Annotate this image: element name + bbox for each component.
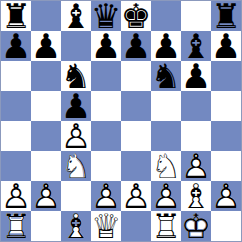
piece-white-pawn-icon[interactable]: ♟♙ — [31, 181, 61, 211]
piece-black-bishop-icon[interactable]: ♝ — [61, 1, 91, 31]
square-a1[interactable]: ♜♖ — [1, 211, 31, 241]
piece-outline-glyph: ♙ — [91, 181, 121, 211]
piece-fill-glyph: ♟ — [61, 91, 91, 121]
piece-fill-glyph: ♟ — [211, 31, 241, 61]
piece-outline-glyph: ♙ — [181, 151, 211, 181]
piece-white-pawn-icon[interactable]: ♟♙ — [211, 181, 241, 211]
piece-fill-glyph: ♝ — [61, 211, 91, 241]
square-b5[interactable] — [31, 91, 61, 121]
piece-black-pawn-icon[interactable]: ♟ — [61, 91, 91, 121]
piece-fill-glyph: ♟ — [1, 31, 31, 61]
piece-fill-glyph: ♟ — [61, 121, 91, 151]
square-d1[interactable]: ♛♕ — [91, 211, 121, 241]
square-h4[interactable] — [211, 121, 241, 151]
square-d8[interactable]: ♛ — [91, 1, 121, 31]
piece-fill-glyph: ♛ — [91, 1, 121, 31]
piece-fill-glyph: ♟ — [151, 31, 181, 61]
piece-white-rook-icon[interactable]: ♜♖ — [1, 211, 31, 241]
piece-white-pawn-icon[interactable]: ♟♙ — [91, 181, 121, 211]
square-b6[interactable] — [31, 61, 61, 91]
piece-outline-glyph: ♘ — [61, 151, 91, 181]
piece-outline-glyph: ♙ — [1, 181, 31, 211]
piece-fill-glyph: ♞ — [151, 151, 181, 181]
piece-outline-glyph: ♗ — [181, 181, 211, 211]
piece-outline-glyph: ♖ — [1, 211, 31, 241]
piece-fill-glyph: ♚ — [121, 1, 151, 31]
square-e7[interactable]: ♟ — [121, 31, 151, 61]
square-f4[interactable] — [151, 121, 181, 151]
piece-black-pawn-icon[interactable]: ♟ — [151, 31, 181, 61]
square-g1[interactable]: ♚♔ — [181, 211, 211, 241]
square-e4[interactable] — [121, 121, 151, 151]
square-g6[interactable]: ♟ — [181, 61, 211, 91]
square-e1[interactable] — [121, 211, 151, 241]
piece-white-knight-icon[interactable]: ♞♘ — [61, 151, 91, 181]
square-c3[interactable]: ♞♘ — [61, 151, 91, 181]
piece-fill-glyph: ♜ — [1, 1, 31, 31]
piece-fill-glyph: ♟ — [91, 181, 121, 211]
piece-fill-glyph: ♝ — [181, 31, 211, 61]
square-h1[interactable] — [211, 211, 241, 241]
square-c4[interactable]: ♟♙ — [61, 121, 91, 151]
square-d6[interactable] — [91, 61, 121, 91]
piece-outline-glyph: ♕ — [91, 211, 121, 241]
piece-outline-glyph: ♙ — [121, 181, 151, 211]
piece-fill-glyph: ♟ — [1, 181, 31, 211]
square-g8[interactable] — [181, 1, 211, 31]
square-a2[interactable]: ♟♙ — [1, 181, 31, 211]
piece-fill-glyph: ♟ — [121, 181, 151, 211]
square-a3[interactable] — [1, 151, 31, 181]
piece-white-pawn-icon[interactable]: ♟♙ — [151, 181, 181, 211]
piece-fill-glyph: ♝ — [61, 1, 91, 31]
piece-black-pawn-icon[interactable]: ♟ — [211, 31, 241, 61]
piece-fill-glyph: ♟ — [31, 181, 61, 211]
square-h2[interactable]: ♟♙ — [211, 181, 241, 211]
square-h8[interactable]: ♜ — [211, 1, 241, 31]
square-e8[interactable]: ♚ — [121, 1, 151, 31]
piece-black-king-icon[interactable]: ♚ — [121, 1, 151, 31]
square-f2[interactable]: ♟♙ — [151, 181, 181, 211]
piece-fill-glyph: ♚ — [181, 211, 211, 241]
piece-white-pawn-icon[interactable]: ♟♙ — [61, 121, 91, 151]
piece-black-pawn-icon[interactable]: ♟ — [1, 31, 31, 61]
square-d2[interactable]: ♟♙ — [91, 181, 121, 211]
square-d5[interactable] — [91, 91, 121, 121]
piece-outline-glyph: ♙ — [151, 181, 181, 211]
piece-fill-glyph: ♟ — [121, 31, 151, 61]
square-a6[interactable] — [1, 61, 31, 91]
piece-fill-glyph: ♞ — [61, 61, 91, 91]
piece-black-knight-icon[interactable]: ♞ — [61, 61, 91, 91]
piece-fill-glyph: ♟ — [91, 31, 121, 61]
piece-outline-glyph: ♙ — [31, 181, 61, 211]
piece-outline-glyph: ♙ — [211, 181, 241, 211]
chess-board: ♜♝♛♚♜♟♟♟♟♟♝♟♞♞♟♟♟♙♞♘♞♘♟♙♟♙♟♙♟♙♟♙♟♙♝♗♟♙♜♖… — [0, 0, 242, 242]
square-e2[interactable]: ♟♙ — [121, 181, 151, 211]
square-e6[interactable] — [121, 61, 151, 91]
piece-black-knight-icon[interactable]: ♞ — [151, 61, 181, 91]
square-h7[interactable]: ♟ — [211, 31, 241, 61]
piece-outline-glyph: ♖ — [151, 211, 181, 241]
piece-fill-glyph: ♞ — [61, 151, 91, 181]
piece-outline-glyph: ♗ — [61, 211, 91, 241]
square-f5[interactable] — [151, 91, 181, 121]
piece-white-bishop-icon[interactable]: ♝♗ — [61, 211, 91, 241]
piece-white-queen-icon[interactable]: ♛♕ — [91, 211, 121, 241]
square-h3[interactable] — [211, 151, 241, 181]
square-b8[interactable] — [31, 1, 61, 31]
square-g4[interactable] — [181, 121, 211, 151]
square-e3[interactable] — [121, 151, 151, 181]
piece-fill-glyph: ♟ — [211, 181, 241, 211]
piece-white-pawn-icon[interactable]: ♟♙ — [181, 151, 211, 181]
piece-white-pawn-icon[interactable]: ♟♙ — [121, 181, 151, 211]
piece-black-queen-icon[interactable]: ♛ — [91, 1, 121, 31]
piece-fill-glyph: ♞ — [151, 61, 181, 91]
square-f8[interactable] — [151, 1, 181, 31]
square-a5[interactable] — [1, 91, 31, 121]
piece-white-king-icon[interactable]: ♚♔ — [181, 211, 211, 241]
square-h5[interactable] — [211, 91, 241, 121]
piece-fill-glyph: ♛ — [91, 211, 121, 241]
piece-white-pawn-icon[interactable]: ♟♙ — [1, 181, 31, 211]
square-b3[interactable] — [31, 151, 61, 181]
piece-fill-glyph: ♝ — [181, 181, 211, 211]
piece-black-pawn-icon[interactable]: ♟ — [121, 31, 151, 61]
square-g7[interactable]: ♝ — [181, 31, 211, 61]
piece-outline-glyph: ♔ — [181, 211, 211, 241]
piece-black-pawn-icon[interactable]: ♟ — [31, 31, 61, 61]
square-a7[interactable]: ♟ — [1, 31, 31, 61]
square-g5[interactable] — [181, 91, 211, 121]
square-c8[interactable]: ♝ — [61, 1, 91, 31]
piece-black-bishop-icon[interactable]: ♝ — [181, 31, 211, 61]
square-e5[interactable] — [121, 91, 151, 121]
square-d3[interactable] — [91, 151, 121, 181]
square-f1[interactable]: ♜♖ — [151, 211, 181, 241]
square-b7[interactable]: ♟ — [31, 31, 61, 61]
piece-fill-glyph: ♜ — [211, 1, 241, 31]
piece-fill-glyph: ♜ — [151, 211, 181, 241]
square-a8[interactable]: ♜ — [1, 1, 31, 31]
square-b4[interactable] — [31, 121, 61, 151]
piece-fill-glyph: ♟ — [151, 181, 181, 211]
square-g3[interactable]: ♟♙ — [181, 151, 211, 181]
square-h6[interactable] — [211, 61, 241, 91]
piece-black-rook-icon[interactable]: ♜ — [211, 1, 241, 31]
square-f7[interactable]: ♟ — [151, 31, 181, 61]
piece-outline-glyph: ♘ — [151, 151, 181, 181]
square-c7[interactable] — [61, 31, 91, 61]
piece-white-bishop-icon[interactable]: ♝♗ — [181, 181, 211, 211]
square-f6[interactable]: ♞ — [151, 61, 181, 91]
piece-fill-glyph: ♟ — [31, 31, 61, 61]
piece-white-rook-icon[interactable]: ♜♖ — [151, 211, 181, 241]
square-c5[interactable]: ♟ — [61, 91, 91, 121]
piece-fill-glyph: ♟ — [181, 61, 211, 91]
square-c1[interactable]: ♝♗ — [61, 211, 91, 241]
square-d7[interactable]: ♟ — [91, 31, 121, 61]
piece-fill-glyph: ♟ — [181, 151, 211, 181]
square-c2[interactable] — [61, 181, 91, 211]
square-g2[interactable]: ♝♗ — [181, 181, 211, 211]
piece-black-rook-icon[interactable]: ♜ — [1, 1, 31, 31]
square-d4[interactable] — [91, 121, 121, 151]
piece-white-knight-icon[interactable]: ♞♘ — [151, 151, 181, 181]
square-b1[interactable] — [31, 211, 61, 241]
square-f3[interactable]: ♞♘ — [151, 151, 181, 181]
square-c6[interactable]: ♞ — [61, 61, 91, 91]
square-a4[interactable] — [1, 121, 31, 151]
piece-black-pawn-icon[interactable]: ♟ — [181, 61, 211, 91]
piece-fill-glyph: ♜ — [1, 211, 31, 241]
piece-black-pawn-icon[interactable]: ♟ — [91, 31, 121, 61]
square-b2[interactable]: ♟♙ — [31, 181, 61, 211]
piece-outline-glyph: ♙ — [61, 121, 91, 151]
